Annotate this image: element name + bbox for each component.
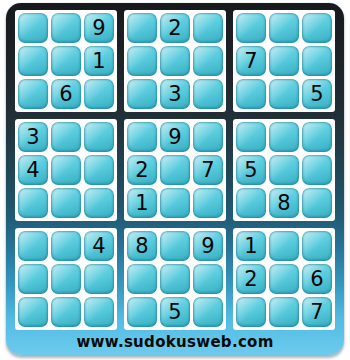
sudoku-grid: 91623753492715848951267 <box>15 10 335 330</box>
cell-r5c6[interactable]: 7 <box>193 155 223 185</box>
sudoku-page: 91623753492715848951267 www.sudokusweb.c… <box>0 0 350 360</box>
sudoku-board: 91623753492715848951267 www.sudokusweb.c… <box>6 3 344 355</box>
cell-r5c7[interactable]: 5 <box>236 155 266 185</box>
cell-r5c2[interactable] <box>51 155 81 185</box>
cell-r2c9[interactable] <box>302 46 332 76</box>
box-7: 4 <box>15 228 117 330</box>
cell-r5c9[interactable] <box>302 155 332 185</box>
cell-r6c9[interactable] <box>302 188 332 218</box>
cell-r7c3[interactable]: 4 <box>84 231 114 261</box>
cell-r6c2[interactable] <box>51 188 81 218</box>
cell-r3c5[interactable]: 3 <box>160 79 190 109</box>
watermark-url: www.sudokusweb.com <box>6 330 344 355</box>
cell-r9c9[interactable]: 7 <box>302 297 332 327</box>
cell-r8c9[interactable]: 6 <box>302 264 332 294</box>
cell-r7c1[interactable] <box>18 231 48 261</box>
cell-r6c1[interactable] <box>18 188 48 218</box>
cell-r5c3[interactable] <box>84 155 114 185</box>
cell-r9c8[interactable] <box>269 297 299 327</box>
box-8: 895 <box>124 228 226 330</box>
box-2: 23 <box>124 10 226 112</box>
cell-r1c3[interactable]: 9 <box>84 13 114 43</box>
cell-r7c2[interactable] <box>51 231 81 261</box>
cell-r7c7[interactable]: 1 <box>236 231 266 261</box>
cell-r3c6[interactable] <box>193 79 223 109</box>
cell-r5c1[interactable]: 4 <box>18 155 48 185</box>
box-6: 58 <box>233 119 335 221</box>
cell-r9c3[interactable] <box>84 297 114 327</box>
cell-r2c2[interactable] <box>51 46 81 76</box>
cell-r4c6[interactable] <box>193 122 223 152</box>
cell-r2c6[interactable] <box>193 46 223 76</box>
cell-r4c2[interactable] <box>51 122 81 152</box>
cell-r2c4[interactable] <box>127 46 157 76</box>
cell-r6c8[interactable]: 8 <box>269 188 299 218</box>
cell-r7c5[interactable] <box>160 231 190 261</box>
cell-r8c4[interactable] <box>127 264 157 294</box>
cell-r7c4[interactable]: 8 <box>127 231 157 261</box>
cell-r1c4[interactable] <box>127 13 157 43</box>
cell-r8c2[interactable] <box>51 264 81 294</box>
box-4: 34 <box>15 119 117 221</box>
cell-r6c7[interactable] <box>236 188 266 218</box>
cell-r1c7[interactable] <box>236 13 266 43</box>
cell-r3c7[interactable] <box>236 79 266 109</box>
cell-r1c5[interactable]: 2 <box>160 13 190 43</box>
cell-r9c6[interactable] <box>193 297 223 327</box>
cell-r6c6[interactable] <box>193 188 223 218</box>
cell-r2c7[interactable]: 7 <box>236 46 266 76</box>
cell-r3c8[interactable] <box>269 79 299 109</box>
cell-r8c7[interactable]: 2 <box>236 264 266 294</box>
cell-r8c1[interactable] <box>18 264 48 294</box>
cell-r6c4[interactable]: 1 <box>127 188 157 218</box>
box-9: 1267 <box>233 228 335 330</box>
cell-r3c2[interactable]: 6 <box>51 79 81 109</box>
cell-r9c7[interactable] <box>236 297 266 327</box>
cell-r4c1[interactable]: 3 <box>18 122 48 152</box>
cell-r7c9[interactable] <box>302 231 332 261</box>
cell-r4c8[interactable] <box>269 122 299 152</box>
cell-r3c9[interactable]: 5 <box>302 79 332 109</box>
cell-r6c3[interactable] <box>84 188 114 218</box>
cell-r1c1[interactable] <box>18 13 48 43</box>
cell-r4c7[interactable] <box>236 122 266 152</box>
cell-r3c4[interactable] <box>127 79 157 109</box>
cell-r7c8[interactable] <box>269 231 299 261</box>
cell-r5c4[interactable]: 2 <box>127 155 157 185</box>
cell-r4c3[interactable] <box>84 122 114 152</box>
cell-r5c8[interactable] <box>269 155 299 185</box>
box-1: 916 <box>15 10 117 112</box>
cell-r4c4[interactable] <box>127 122 157 152</box>
cell-r7c6[interactable]: 9 <box>193 231 223 261</box>
cell-r3c3[interactable] <box>84 79 114 109</box>
cell-r6c5[interactable] <box>160 188 190 218</box>
cell-r8c6[interactable] <box>193 264 223 294</box>
cell-r5c5[interactable] <box>160 155 190 185</box>
cell-r8c3[interactable] <box>84 264 114 294</box>
box-3: 75 <box>233 10 335 112</box>
cell-r9c1[interactable] <box>18 297 48 327</box>
cell-r2c3[interactable]: 1 <box>84 46 114 76</box>
cell-r4c9[interactable] <box>302 122 332 152</box>
cell-r8c8[interactable] <box>269 264 299 294</box>
box-5: 9271 <box>124 119 226 221</box>
cell-r1c8[interactable] <box>269 13 299 43</box>
cell-r2c5[interactable] <box>160 46 190 76</box>
cell-r1c2[interactable] <box>51 13 81 43</box>
cell-r9c5[interactable]: 5 <box>160 297 190 327</box>
cell-r1c6[interactable] <box>193 13 223 43</box>
cell-r4c5[interactable]: 9 <box>160 122 190 152</box>
cell-r3c1[interactable] <box>18 79 48 109</box>
cell-r2c8[interactable] <box>269 46 299 76</box>
cell-r1c9[interactable] <box>302 13 332 43</box>
cell-r2c1[interactable] <box>18 46 48 76</box>
cell-r8c5[interactable] <box>160 264 190 294</box>
cell-r9c2[interactable] <box>51 297 81 327</box>
cell-r9c4[interactable] <box>127 297 157 327</box>
